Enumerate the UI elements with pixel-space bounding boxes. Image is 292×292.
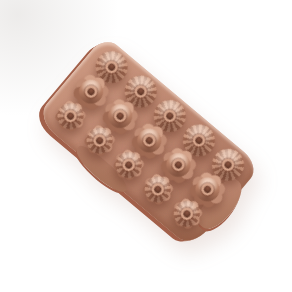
mold-base <box>35 35 261 249</box>
product-photo-background <box>0 0 292 292</box>
chocolate-mold <box>0 0 292 292</box>
